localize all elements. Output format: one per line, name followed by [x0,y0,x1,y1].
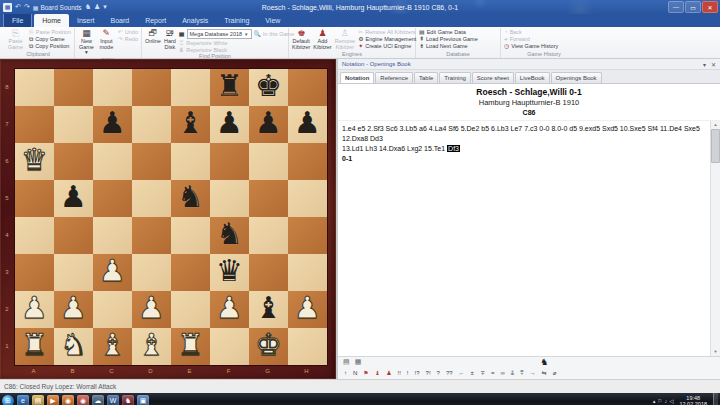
square-e6[interactable] [171,143,210,180]
annotation-symbol-10[interactable]: ?? [443,368,456,379]
database-group-label: Database [419,51,497,58]
square-c4[interactable] [93,217,132,254]
square-g2[interactable]: ♝ [249,291,288,328]
square-e7[interactable]: ♝ [171,106,210,143]
online-button[interactable]: 🗗 Online [145,28,161,45]
copy-position-button[interactable]: ⧉Copy Position [29,43,71,49]
square-f8[interactable]: ♜ [210,69,249,106]
square-d1[interactable]: ♝ [132,328,171,365]
sound-board-icon: ▦ [33,4,39,11]
square-e2[interactable] [171,291,210,328]
square-h1[interactable] [288,328,327,365]
board-squares: ♜♚♟♝♟♟♟♛♟♞♞♟♛♟♟♟♟♝♟♜♞♝♝♜♚ [14,68,328,366]
maximize-button[interactable]: ▭ [685,1,701,13]
undo-button[interactable]: ↶Undo [118,29,138,35]
square-h6[interactable] [288,143,327,180]
redo-quick-icon[interactable]: ↷ [24,2,30,12]
clipboard-group-label: Clipboard [5,51,71,58]
undo-icon: ↶ [118,29,123,35]
history-back-icon: ◔ [504,29,508,35]
annotation-symbol-5[interactable]: !! [395,368,404,379]
board-sounds-label: Board Sounds [40,4,81,11]
database-group: ▤Edit Game Data ⇞Load Previous Game ⇟Loa… [416,28,501,58]
annotation-symbol-14[interactable]: = [488,368,498,379]
square-g7[interactable]: ♟ [249,106,288,143]
square-b2[interactable]: ♟ [54,291,93,328]
square-c1[interactable]: ♝ [93,328,132,365]
square-g6[interactable] [249,143,288,180]
rank-label-4: 4 [0,216,14,253]
annotation-symbol-6[interactable]: ! [404,368,412,379]
opening-name: C86: Closed Ruy Lopez: Worrall Attack [4,383,116,390]
file-label-g: G [248,365,287,378]
board-panel: 87654321 ♜♚♟♝♟♟♟♛♟♞♞♟♛♟♟♟♟♝♟♜♞♝♝♜♚ ABCDE… [0,59,336,379]
square-h5[interactable] [288,180,327,217]
square-f2[interactable]: ♟ [210,291,249,328]
board-sounds-button[interactable]: ▦ Board Sounds [33,4,82,11]
annotation-symbol-4[interactable]: ♟ [383,368,394,379]
qat-dropdown-caret[interactable]: ▾ [103,2,107,12]
scroll-thumb[interactable] [711,129,720,163]
square-h3[interactable] [288,254,327,291]
taskbar-clock[interactable]: 19:48 12.02.2018 [676,395,710,405]
rank-label-5: 5 [0,179,14,216]
annotation-symbol-17[interactable]: ⩱ [517,368,527,379]
title-bar: ▦ ↶ ↷ ▦ Board Sounds ♞ ♟ ▾ Roesch - Schl… [0,0,720,14]
clock-date: 12.02.2018 [679,401,707,405]
history-forward-button[interactable]: ◕Forward [504,36,558,42]
piece-white-queen[interactable]: ♛ [21,145,48,175]
rank-label-7: 7 [0,105,14,142]
load-next-game-icon: ⇟ [419,43,424,49]
game-group: ▦ New Game ▾ ✎ Input mode ↶Undo ↷Redo ga… [75,28,142,58]
input-mode-button[interactable]: ✎ Input mode [98,28,115,50]
window-title: Roesch - Schlage,Willi, Hamburg Haupttur… [0,4,720,11]
game-event-line: Hamburg Hauptturnier-B 1910 [338,98,720,108]
rank-label-6: 6 [0,142,14,179]
piece-black-knight[interactable]: ♞ [177,182,204,212]
in-this-game-icon: 🔍 [254,31,262,37]
piece-white-pawn[interactable]: ♟ [294,293,321,323]
rank-label-8: 8 [0,68,14,105]
moves-area: 1.e4 e5 2.Sf3 Sc6 3.Lb5 a6 4.La4 Sf6 5.D… [338,121,720,356]
moves-line-1[interactable]: 1.e4 e5 2.Sf3 Sc6 3.Lb5 a6 4.La4 Sf6 5.D… [342,124,706,144]
file-label-b: B [53,365,92,378]
square-d3[interactable] [132,254,171,291]
square-f4[interactable]: ♞ [210,217,249,254]
square-b4[interactable] [54,217,93,254]
file-label-a: A [14,365,53,378]
square-a3[interactable] [15,254,54,291]
annotation-symbols-row: ↑N⚑♝♟!!!!??!???←±∓=∞⩲⩱→⇆⌀ [338,367,720,379]
start-button[interactable]: ⊞ [2,395,14,405]
annotation-symbol-19[interactable]: ⇆ [539,368,550,379]
square-c2[interactable] [93,291,132,328]
chessbase-icon[interactable]: ♞ [122,395,134,405]
file-label-d: D [131,365,170,378]
file-label-f: F [209,365,248,378]
undo-quick-icon[interactable]: ↶ [15,2,21,12]
ribbon-tab-home[interactable]: Home [34,14,69,27]
remove-all-kibitzers-icon: ✂ [358,29,363,35]
remove-kibitzer-button[interactable]: ♙ Remove Kibitzer [335,28,355,50]
notation-layout-icon[interactable]: ▤ [343,358,350,366]
annotation-symbol-12[interactable]: ± [468,368,477,379]
taskbar: ⊞ e▤▶◉◉☁W♞▣ ▴⚐♪◁ 19:48 12.02.2018 [0,393,720,405]
square-g4[interactable] [249,217,288,254]
create-uci-engine-icon: ✦ [358,43,363,49]
ribbon-tab-file[interactable]: File [3,13,32,27]
repertoire-white-button[interactable]: ♖Repertoire White [179,40,294,46]
square-d6[interactable] [132,143,171,180]
piece-black-bishop[interactable]: ♝ [177,108,204,138]
notation-tab-openings-book[interactable]: Openings Book [551,72,602,83]
annotation-symbol-0[interactable]: ↑ [341,368,350,379]
remove-all-kibitzers-button[interactable]: ✂Remove All Kibitzers [358,29,416,35]
square-h8[interactable] [288,69,327,106]
view-game-history-button[interactable]: ◷View Game History [504,43,558,49]
square-d4[interactable] [132,217,171,254]
square-c3[interactable]: ♟ [93,254,132,291]
file-label-h: H [287,365,326,378]
move-list[interactable]: 1.e4 e5 2.Sf3 Sc6 3.Lb5 a6 4.La4 Sf6 5.D… [338,121,710,356]
annotation-symbol-20[interactable]: ⌀ [550,368,560,379]
notation-tab-livebook[interactable]: LiveBook [515,72,550,83]
piece-black-bishop[interactable]: ♝ [255,293,282,323]
ribbon-tab-insert[interactable]: Insert [69,14,103,27]
piece-black-pawn[interactable]: ♟ [294,108,321,138]
piece-white-knight[interactable]: ♞ [60,330,87,360]
current-move[interactable]: Df3 [447,145,460,152]
game-history-group: ◔Back ◕Forward ◷View Game History Game H… [501,28,587,58]
status-bar: C86: Closed Ruy Lopez: Worrall Attack [0,379,720,393]
engine-management-icon: ⚙ [358,36,363,42]
board-frame: 87654321 ♜♚♟♝♟♟♟♛♟♞♞♟♛♟♟♟♟♝♟♜♞♝♝♜♚ ABCDE… [0,59,336,379]
rank-label-2: 2 [0,290,14,327]
piece-black-pawn[interactable]: ♟ [255,108,282,138]
pawn-quick-icon[interactable]: ♟ [94,2,100,12]
paste-position-button[interactable]: ⎘Paste Position [29,29,71,35]
notation-panel: Notation - Openings Book ▾ ✕ NotationRef… [336,59,720,379]
paste-game-button[interactable]: ⎘ Paste Game [5,28,26,50]
square-d5[interactable] [132,180,171,217]
square-b1[interactable]: ♞ [54,328,93,365]
square-a6[interactable]: ♛ [15,143,54,180]
notation-tab-notation[interactable]: Notation [340,72,374,83]
annotation-symbol-18[interactable]: → [527,368,539,379]
scroll-up-icon[interactable]: ▲ [714,121,718,129]
moves-scrollbar[interactable]: ▲ ▼ [710,121,720,356]
square-c7[interactable]: ♟ [93,106,132,143]
notation-pane-header: Notation - Openings Book ▾ ✕ [338,59,720,70]
square-f1[interactable] [210,328,249,365]
edit-game-data-icon: ▤ [419,29,425,35]
square-h7[interactable]: ♟ [288,106,327,143]
pane-pin-caret-icon[interactable]: ▾ [703,61,706,68]
tray-icon-1[interactable]: ⚐ [658,398,663,404]
notation-board-icon[interactable]: ▦ [355,358,362,366]
square-e3[interactable] [171,254,210,291]
explorer-folder-icon[interactable]: ▤ [32,395,44,405]
game-players-result: Roesch - Schlage,Willi 0-1 [338,87,720,98]
square-g3[interactable] [249,254,288,291]
piece-black-pawn[interactable]: ♟ [60,182,87,212]
view-game-history-icon: ◷ [504,43,509,49]
notation-tab-training[interactable]: Training [439,72,470,83]
square-g8[interactable]: ♚ [249,69,288,106]
engines-group: ♚ Default Kibitzer ♟ Add Kibitzer ♙ Remo… [289,28,416,58]
square-f5[interactable] [210,180,249,217]
load-previous-game-button[interactable]: ⇞Load Previous Game [419,36,478,42]
annotation-symbol-16[interactable]: ⩲ [508,368,518,379]
chessbase-window: ▦ ↶ ↷ ▦ Board Sounds ♞ ♟ ▾ Roesch - Schl… [0,0,720,405]
square-e1[interactable]: ♜ [171,328,210,365]
piece-black-knight[interactable]: ♞ [216,219,243,249]
square-g1[interactable]: ♚ [249,328,288,365]
paste-position-icon: ⎘ [29,29,34,35]
firefox-icon[interactable]: ◉ [62,395,74,405]
create-uci-engine-button[interactable]: ✦Create UCI Engine [358,43,416,49]
notation-tab-score-sheet[interactable]: Score sheet [472,72,514,83]
new-game-button[interactable]: ▦ New Game ▾ [78,28,95,56]
load-next-game-button[interactable]: ⇟Load Next Game [419,43,478,49]
load-previous-game-icon: ⇞ [419,36,424,42]
ribbon-tab-board[interactable]: Board [102,14,137,27]
square-d2[interactable]: ♟ [132,291,171,328]
annotation-symbol-3[interactable]: ♝ [372,368,383,379]
main-area: 87654321 ♜♚♟♝♟♟♟♛♟♞♞♟♛♟♟♟♟♝♟♜♞♝♝♜♚ ABCDE… [0,59,720,379]
window-controls: — ▭ ✕ [668,1,718,13]
square-b8[interactable] [54,69,93,106]
piece-white-pawn[interactable]: ♟ [21,293,48,323]
system-tray: ▴⚐♪◁ 19:48 12.02.2018 [653,393,718,405]
edit-game-data-button[interactable]: ▤Edit Game Data [419,29,478,35]
tray-icon-2[interactable]: ♪ [664,398,667,404]
square-e8[interactable] [171,69,210,106]
piece-black-pawn[interactable]: ♟ [216,108,243,138]
annotation-symbol-7[interactable]: !? [412,368,423,379]
piece-black-king[interactable]: ♚ [255,71,282,101]
game-eco-code: C86 [338,108,720,118]
square-d8[interactable] [132,69,171,106]
square-a7[interactable] [15,106,54,143]
rank-label-1: 1 [0,327,14,364]
pane-close-icon[interactable]: ✕ [711,61,716,68]
square-a5[interactable] [15,180,54,217]
quick-access-toolbar: ▦ ↶ ↷ ▦ Board Sounds ♞ ♟ ▾ [0,2,107,12]
piece-white-bishop[interactable]: ♝ [138,330,165,360]
history-forward-icon: ◕ [504,36,508,42]
game-header: Roesch - Schlage,Willi 0-1 Hamburg Haupt… [338,84,720,121]
game-history-group-label: Game History [504,51,584,58]
tray-icon-0[interactable]: ▴ [653,398,656,404]
square-a8[interactable] [15,69,54,106]
annotation-symbol-1[interactable]: N [350,368,360,379]
taskbar-icons: e▤▶◉◉☁W♞▣ [17,395,149,405]
square-a1[interactable]: ♜ [15,328,54,365]
database-select[interactable]: Mega Database 2018▼ [187,29,252,39]
default-kibitzer-button[interactable]: ♚ Default Kibitzer [292,28,310,50]
show-desktop-button[interactable] [713,393,718,405]
notation-tab-strip: NotationReferenceTableTrainingScore shee… [338,70,720,84]
game-result: 0-1 [342,154,706,164]
file-label-e: E [170,365,209,378]
media-player-icon[interactable]: ▶ [47,395,59,405]
square-c6[interactable] [93,143,132,180]
piece-white-pawn[interactable]: ♟ [60,293,87,323]
square-b7[interactable] [54,106,93,143]
tray-icons: ▴⚐♪◁ [653,398,674,404]
piece-white-rook[interactable]: ♜ [177,330,204,360]
pane-title: Notation - Openings Book [342,61,411,67]
square-e4[interactable] [171,217,210,254]
copy-position-icon: ⧉ [29,43,33,49]
square-f6[interactable] [210,143,249,180]
add-kibitzer-button[interactable]: ♟ Add Kibitzer [313,28,331,50]
annotation-symbol-9[interactable]: ? [434,368,443,379]
copy-game-icon: ⧉ [29,36,33,42]
piece-white-pawn[interactable]: ♟ [216,293,243,323]
piece-black-rook[interactable]: ♜ [216,71,243,101]
piece-white-king[interactable]: ♚ [255,330,282,360]
engine-management-button[interactable]: ⚙Engine Management [358,36,416,42]
square-d7[interactable] [132,106,171,143]
notation-tab-table[interactable]: Table [414,72,438,83]
annotation-symbol-8[interactable]: ?! [423,368,434,379]
square-f7[interactable]: ♟ [210,106,249,143]
annotation-toolbar: ▤ ▦ ♞ ↑N⚑♝♟!!!!??!???←±∓=∞⩲⩱→⇆⌀ [338,356,720,379]
square-h2[interactable]: ♟ [288,291,327,328]
square-g5[interactable] [249,180,288,217]
tray-icon-3[interactable]: ◁ [669,398,673,404]
rank-label-3: 3 [0,253,14,290]
knight-style-icon[interactable]: ♞ [540,357,548,367]
redo-button[interactable]: ↷Redo [118,36,138,42]
repertoire-white-icon: ♖ [179,40,184,46]
redo-icon: ↷ [118,36,123,42]
square-a2[interactable]: ♟ [15,291,54,328]
internet-explorer-icon[interactable]: e [17,395,29,405]
square-b3[interactable] [54,254,93,291]
file-labels: ABCDEFGH [14,365,326,378]
ribbon-tab-training[interactable]: Training [216,14,257,27]
square-c8[interactable] [93,69,132,106]
piece-black-queen[interactable]: ♛ [216,256,243,286]
engines-group-label: Engines [292,51,412,58]
annotation-symbol-2[interactable]: ⚑ [360,368,371,379]
clipboard-group: ⎘ Paste Game ⎘Paste Position ⧉Copy Game … [2,28,75,58]
minimize-button[interactable]: — [668,1,684,13]
square-f3[interactable]: ♛ [210,254,249,291]
ribbon: ⎘ Paste Game ⎘Paste Position ⧉Copy Game … [0,27,720,59]
square-e5[interactable]: ♞ [171,180,210,217]
annotation-symbol-13[interactable]: ∓ [477,368,488,379]
ribbon-tab-analysis[interactable]: Analysis [174,14,216,27]
file-label-c: C [92,365,131,378]
knight-quick-icon[interactable]: ♞ [85,2,91,12]
close-button[interactable]: ✕ [702,1,718,13]
piece-white-rook[interactable]: ♜ [21,330,48,360]
annotation-symbol-11[interactable]: ← [456,368,468,379]
piece-white-pawn[interactable]: ♟ [99,256,126,286]
ribbon-tab-view[interactable]: View [257,14,288,27]
word-icon[interactable]: W [107,395,119,405]
square-a4[interactable] [15,217,54,254]
app-icon[interactable]: ▦ [3,3,12,12]
annotation-symbol-15[interactable]: ∞ [497,368,507,379]
database-icon: ▦ [179,31,185,37]
piece-white-bishop[interactable]: ♝ [99,330,126,360]
square-b6[interactable] [54,143,93,180]
moves-line-2[interactable]: 13.Ld1 Lh3 14.Dxa6 Lxg2 15.Te1 Df3 [342,144,706,154]
scroll-down-icon[interactable]: ▼ [714,348,718,356]
ribbon-tab-strip: FileHomeInsertBoardReportAnalysisTrainin… [0,14,720,27]
history-back-button[interactable]: ◔Back [504,29,558,35]
notation-tab-reference[interactable]: Reference [375,72,413,83]
save-tool-icon[interactable]: ▣ [137,395,149,405]
onedrive-icon[interactable]: ☁ [92,395,104,405]
hard-disk-button[interactable]: 🖳 Hard Disk [164,28,176,50]
find-position-group: 🗗 Online 🖳 Hard Disk ▦ Mega Database 201… [142,28,289,58]
square-b5[interactable]: ♟ [54,180,93,217]
square-c5[interactable] [93,180,132,217]
ribbon-tab-report[interactable]: Report [137,14,174,27]
copy-game-button[interactable]: ⧉Copy Game [29,36,71,42]
piece-black-pawn[interactable]: ♟ [99,108,126,138]
chrome-icon[interactable]: ◉ [77,395,89,405]
rank-labels: 87654321 [0,68,14,364]
square-h4[interactable] [288,217,327,254]
piece-white-pawn[interactable]: ♟ [138,293,165,323]
